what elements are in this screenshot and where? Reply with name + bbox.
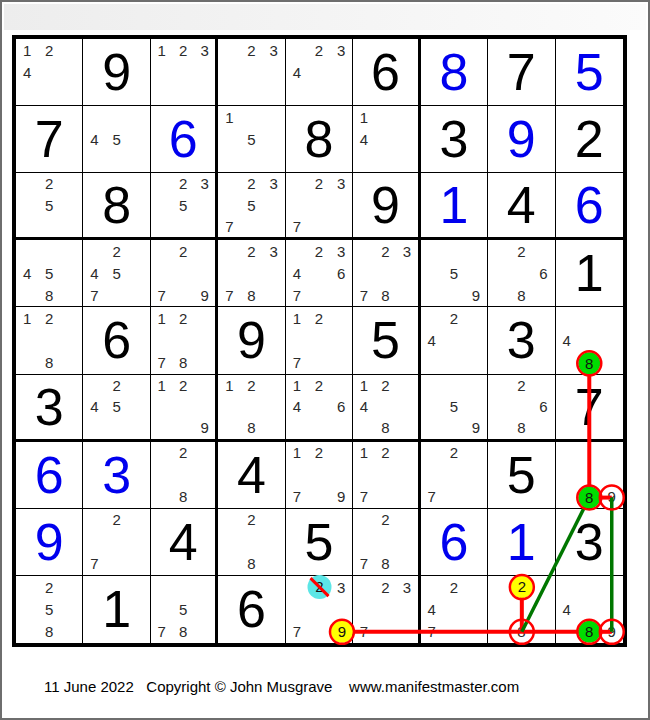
candidate-7: 7 bbox=[286, 486, 308, 508]
cell-r1c1[interactable]: 124 bbox=[16, 39, 83, 106]
cell-r5c2[interactable]: 6 bbox=[83, 307, 150, 374]
candidate-8: 8 bbox=[578, 621, 600, 643]
candidate-2: 2 bbox=[443, 576, 465, 598]
candidate-empty bbox=[286, 598, 308, 620]
candidate-1: 1 bbox=[16, 39, 38, 61]
cell-r7c1[interactable]: 6 bbox=[16, 442, 83, 509]
cell-r6c1[interactable]: 3 bbox=[16, 375, 83, 442]
pencil-marks: 247 bbox=[421, 576, 487, 643]
candidate-empty bbox=[532, 598, 554, 620]
candidate-5: 5 bbox=[38, 262, 60, 284]
candidate-2: 2 bbox=[240, 39, 262, 61]
candidate-empty bbox=[60, 61, 82, 83]
cell-r9c5[interactable]: 2379 bbox=[286, 576, 353, 643]
candidate-8: 8 bbox=[240, 284, 262, 306]
pencil-marks: 245 bbox=[83, 375, 149, 439]
candidate-empty bbox=[83, 240, 105, 262]
cell-r1c5[interactable]: 234 bbox=[286, 39, 353, 106]
candidate-5: 5 bbox=[106, 262, 128, 284]
cell-r3c5[interactable]: 237 bbox=[286, 173, 353, 240]
candidate-empty bbox=[488, 396, 510, 417]
candidate-empty bbox=[578, 442, 600, 464]
candidate-3: 3 bbox=[263, 39, 285, 61]
candidate-empty bbox=[353, 150, 374, 172]
cell-r2c4[interactable]: 15 bbox=[218, 106, 285, 173]
pencil-marks: 59 bbox=[421, 240, 487, 306]
cell-r1c8[interactable]: 7 bbox=[488, 39, 555, 106]
candidate-3: 3 bbox=[194, 39, 215, 61]
candidate-empty bbox=[488, 621, 510, 643]
candidate-7: 7 bbox=[421, 621, 443, 643]
cell-r2c8[interactable]: 9 bbox=[488, 106, 555, 173]
cell-r6c6[interactable]: 1248 bbox=[353, 375, 420, 442]
candidate-empty bbox=[396, 106, 417, 128]
candidate-empty bbox=[218, 61, 240, 83]
cell-r9c7[interactable]: 247 bbox=[421, 576, 488, 643]
cell-r7c6[interactable]: 127 bbox=[353, 442, 420, 509]
cell-r8c7[interactable]: 6 bbox=[421, 509, 488, 576]
cell-r8c9[interactable]: 3 bbox=[556, 509, 623, 576]
cell-r6c3[interactable]: 129 bbox=[151, 375, 218, 442]
pencil-marks: 2378 bbox=[218, 240, 284, 306]
cell-r2c6[interactable]: 14 bbox=[353, 106, 420, 173]
candidate-2: 2 bbox=[106, 375, 128, 396]
candidate-8: 8 bbox=[38, 621, 60, 643]
candidate-empty bbox=[532, 417, 554, 438]
candidate-2: 2 bbox=[172, 240, 193, 262]
candidate-7: 7 bbox=[83, 553, 105, 575]
candidate-3: 3 bbox=[330, 39, 352, 61]
candidate-empty bbox=[353, 598, 374, 620]
cell-r6c2[interactable]: 245 bbox=[83, 375, 150, 442]
cell-value-given: 1 bbox=[556, 240, 623, 306]
cell-r4c1[interactable]: 458 bbox=[16, 240, 83, 307]
cell-r6c9[interactable]: 7 bbox=[556, 375, 623, 442]
cell-r8c6[interactable]: 278 bbox=[353, 509, 420, 576]
cell-r4c7[interactable]: 59 bbox=[421, 240, 488, 307]
candidate-empty bbox=[286, 83, 308, 105]
cell-r1c2[interactable]: 9 bbox=[83, 39, 150, 106]
cell-r9c3[interactable]: 578 bbox=[151, 576, 218, 643]
candidate-2: 2 bbox=[172, 375, 193, 396]
candidate-empty bbox=[510, 396, 532, 417]
candidate-empty bbox=[106, 531, 128, 553]
cell-r4c9[interactable]: 1 bbox=[556, 240, 623, 307]
candidate-1: 1 bbox=[353, 442, 374, 464]
candidate-7: 7 bbox=[151, 284, 172, 306]
candidate-2: 2 bbox=[172, 39, 193, 61]
cell-r8c4[interactable]: 28 bbox=[218, 509, 285, 576]
candidate-7: 7 bbox=[353, 621, 374, 643]
candidate-empty bbox=[465, 486, 487, 508]
candidate-8: 8 bbox=[510, 621, 532, 643]
candidate-empty bbox=[330, 442, 352, 464]
cell-r2c3[interactable]: 6 bbox=[151, 106, 218, 173]
pencil-marks: 2357 bbox=[218, 173, 284, 237]
candidate-4: 4 bbox=[16, 61, 38, 83]
pencil-marks: 1248 bbox=[353, 375, 417, 439]
candidate-empty bbox=[218, 396, 240, 417]
candidate-empty bbox=[151, 195, 172, 216]
cell-r3c9[interactable]: 6 bbox=[556, 173, 623, 240]
candidate-empty bbox=[396, 375, 417, 396]
cell-r1c4[interactable]: 23 bbox=[218, 39, 285, 106]
cell-r7c8[interactable]: 5 bbox=[488, 442, 555, 509]
candidate-empty bbox=[263, 284, 285, 306]
candidate-7: 7 bbox=[151, 352, 172, 374]
candidate-empty bbox=[308, 284, 330, 306]
sudoku-board: 1249123232346875745615814392258235235723… bbox=[12, 35, 627, 647]
pencil-marks: 45 bbox=[83, 106, 149, 172]
candidate-empty bbox=[38, 61, 60, 83]
candidate-empty bbox=[16, 598, 38, 620]
candidate-empty bbox=[16, 621, 38, 643]
candidate-empty bbox=[172, 329, 193, 351]
candidate-4: 4 bbox=[286, 396, 308, 417]
cell-r7c3[interactable]: 28 bbox=[151, 442, 218, 509]
pencil-marks: 2457 bbox=[83, 240, 149, 306]
candidate-2: 2 bbox=[172, 442, 193, 464]
candidate-2: 2 bbox=[240, 509, 262, 531]
cell-r8c2[interactable]: 27 bbox=[83, 509, 150, 576]
candidate-9: 9 bbox=[465, 417, 487, 438]
candidate-8: 8 bbox=[172, 486, 193, 508]
cell-r9c6[interactable]: 237 bbox=[353, 576, 420, 643]
cell-r6c7[interactable]: 59 bbox=[421, 375, 488, 442]
cell-value-solved: 9 bbox=[16, 509, 82, 575]
candidate-empty bbox=[151, 464, 172, 486]
candidate-empty bbox=[601, 576, 623, 598]
candidate-empty bbox=[308, 486, 330, 508]
candidate-7: 7 bbox=[286, 284, 308, 306]
candidate-empty bbox=[194, 598, 215, 620]
cell-value-solved: 6 bbox=[151, 106, 215, 172]
candidate-empty bbox=[396, 262, 417, 284]
candidate-4: 4 bbox=[286, 262, 308, 284]
cell-r7c7[interactable]: 27 bbox=[421, 442, 488, 509]
cell-r9c8[interactable]: 28 bbox=[488, 576, 555, 643]
candidate-7: 7 bbox=[286, 352, 308, 374]
candidate-empty bbox=[194, 83, 215, 105]
candidate-empty bbox=[330, 352, 352, 374]
candidate-empty bbox=[396, 396, 417, 417]
cell-r3c6[interactable]: 9 bbox=[353, 173, 420, 240]
candidate-9: 9 bbox=[330, 486, 352, 508]
candidate-9: 9 bbox=[194, 284, 215, 306]
candidate-7: 7 bbox=[421, 486, 443, 508]
candidate-empty bbox=[151, 262, 172, 284]
pencil-marks: 124 bbox=[16, 39, 82, 105]
pencil-marks: 458 bbox=[16, 240, 82, 306]
candidate-empty bbox=[308, 329, 330, 351]
candidate-empty bbox=[465, 240, 487, 262]
cell-r3c1[interactable]: 25 bbox=[16, 173, 83, 240]
candidate-empty bbox=[83, 531, 105, 553]
candidate-1: 1 bbox=[286, 442, 308, 464]
candidate-1: 1 bbox=[286, 375, 308, 396]
candidate-5: 5 bbox=[443, 396, 465, 417]
candidate-empty bbox=[375, 598, 396, 620]
candidate-empty bbox=[396, 621, 417, 643]
candidate-empty bbox=[16, 216, 38, 237]
candidate-2: 2 bbox=[375, 375, 396, 396]
cell-r9c2[interactable]: 1 bbox=[83, 576, 150, 643]
cell-r5c6[interactable]: 5 bbox=[353, 307, 420, 374]
candidate-empty bbox=[151, 486, 172, 508]
cell-r6c8[interactable]: 268 bbox=[488, 375, 555, 442]
candidate-1: 1 bbox=[151, 39, 172, 61]
pencil-marks: 129 bbox=[151, 375, 215, 439]
candidate-empty bbox=[330, 375, 352, 396]
cell-r2c5[interactable]: 8 bbox=[286, 106, 353, 173]
cell-value-given: 8 bbox=[83, 173, 149, 237]
candidate-empty bbox=[330, 417, 352, 438]
candidate-2: 2 bbox=[106, 240, 128, 262]
cell-r5c5[interactable]: 127 bbox=[286, 307, 353, 374]
candidate-empty bbox=[218, 83, 240, 105]
candidate-2: 2 bbox=[308, 39, 330, 61]
cell-r9c4[interactable]: 6 bbox=[218, 576, 285, 643]
candidate-1: 1 bbox=[353, 375, 374, 396]
candidate-8: 8 bbox=[578, 486, 600, 508]
candidate-empty bbox=[83, 375, 105, 396]
candidate-4: 4 bbox=[286, 61, 308, 83]
candidate-empty bbox=[16, 352, 38, 374]
pencil-marks: 123 bbox=[151, 39, 215, 105]
candidate-3: 3 bbox=[194, 173, 215, 194]
candidate-8: 8 bbox=[510, 284, 532, 306]
candidate-8: 8 bbox=[240, 417, 262, 438]
cell-value-solved: 6 bbox=[556, 173, 623, 237]
cell-r4c4[interactable]: 2378 bbox=[218, 240, 285, 307]
candidate-8: 8 bbox=[38, 284, 60, 306]
candidate-empty bbox=[172, 61, 193, 83]
cell-r7c2[interactable]: 3 bbox=[83, 442, 150, 509]
candidate-empty bbox=[330, 61, 352, 83]
candidate-empty bbox=[578, 329, 600, 351]
pencil-marks: 24 bbox=[421, 307, 487, 373]
candidate-empty bbox=[60, 598, 82, 620]
candidate-empty bbox=[218, 173, 240, 194]
candidate-5: 5 bbox=[106, 396, 128, 417]
candidate-empty bbox=[396, 417, 417, 438]
candidate-2: 2 bbox=[240, 375, 262, 396]
candidate-empty bbox=[218, 531, 240, 553]
candidate-2: 2 bbox=[375, 509, 396, 531]
cell-r3c2[interactable]: 8 bbox=[83, 173, 150, 240]
candidate-4: 4 bbox=[556, 329, 578, 351]
candidate-empty bbox=[263, 531, 285, 553]
candidate-empty bbox=[16, 173, 38, 194]
cell-r2c1[interactable]: 7 bbox=[16, 106, 83, 173]
cell-r7c5[interactable]: 1279 bbox=[286, 442, 353, 509]
candidate-4: 4 bbox=[83, 262, 105, 284]
cell-r1c6[interactable]: 6 bbox=[353, 39, 420, 106]
candidate-2: 2 bbox=[308, 576, 330, 598]
candidate-empty bbox=[194, 396, 215, 417]
candidate-empty bbox=[16, 576, 38, 598]
cell-r4c3[interactable]: 279 bbox=[151, 240, 218, 307]
candidate-empty bbox=[194, 442, 215, 464]
candidate-empty bbox=[151, 442, 172, 464]
cell-r2c7[interactable]: 3 bbox=[421, 106, 488, 173]
candidate-1: 1 bbox=[218, 375, 240, 396]
cell-r5c8[interactable]: 3 bbox=[488, 307, 555, 374]
candidate-9: 9 bbox=[194, 417, 215, 438]
pencil-marks: 279 bbox=[151, 240, 215, 306]
candidate-empty bbox=[151, 240, 172, 262]
cell-r4c8[interactable]: 268 bbox=[488, 240, 555, 307]
cell-r1c3[interactable]: 123 bbox=[151, 39, 218, 106]
candidate-empty bbox=[532, 284, 554, 306]
cell-r6c5[interactable]: 1246 bbox=[286, 375, 353, 442]
candidate-empty bbox=[240, 106, 262, 128]
candidate-empty bbox=[128, 531, 150, 553]
candidate-empty bbox=[396, 284, 417, 306]
cell-r1c7[interactable]: 8 bbox=[421, 39, 488, 106]
cell-r8c5[interactable]: 5 bbox=[286, 509, 353, 576]
candidate-empty bbox=[286, 464, 308, 486]
cell-r8c1[interactable]: 9 bbox=[16, 509, 83, 576]
candidate-empty bbox=[194, 195, 215, 216]
candidate-empty bbox=[218, 195, 240, 216]
cell-r8c3[interactable]: 4 bbox=[151, 509, 218, 576]
candidate-empty bbox=[375, 486, 396, 508]
cell-r4c5[interactable]: 23467 bbox=[286, 240, 353, 307]
cell-value-given: 7 bbox=[556, 375, 623, 439]
cell-value-solved: 1 bbox=[421, 173, 487, 237]
pencil-marks: 237 bbox=[286, 173, 352, 237]
candidate-empty bbox=[263, 417, 285, 438]
candidate-empty bbox=[443, 621, 465, 643]
candidate-6: 6 bbox=[330, 262, 352, 284]
candidate-5: 5 bbox=[38, 195, 60, 216]
pencil-marks: 23467 bbox=[286, 240, 352, 306]
candidate-empty bbox=[83, 106, 105, 128]
cell-r3c7[interactable]: 1 bbox=[421, 173, 488, 240]
candidate-empty bbox=[330, 307, 352, 329]
cell-r7c4[interactable]: 4 bbox=[218, 442, 285, 509]
candidate-empty bbox=[578, 307, 600, 329]
cell-value-given: 6 bbox=[83, 307, 149, 373]
candidate-empty bbox=[218, 150, 240, 172]
candidate-empty bbox=[128, 509, 150, 531]
candidate-empty bbox=[465, 396, 487, 417]
candidate-empty bbox=[151, 216, 172, 237]
candidate-empty bbox=[151, 61, 172, 83]
cell-value-solved: 6 bbox=[16, 442, 82, 508]
pencil-marks: 2379 bbox=[286, 576, 352, 643]
candidate-2: 2 bbox=[38, 307, 60, 329]
cell-r4c6[interactable]: 2378 bbox=[353, 240, 420, 307]
cell-r5c9[interactable]: 48 bbox=[556, 307, 623, 374]
cell-r3c4[interactable]: 2357 bbox=[218, 173, 285, 240]
candidate-empty bbox=[286, 576, 308, 598]
candidate-empty bbox=[128, 375, 150, 396]
candidate-empty bbox=[128, 417, 150, 438]
candidate-empty bbox=[38, 329, 60, 351]
cell-r7c9[interactable]: 89 bbox=[556, 442, 623, 509]
candidate-2: 2 bbox=[308, 375, 330, 396]
pencil-marks: 268 bbox=[488, 375, 554, 439]
candidate-7: 7 bbox=[218, 216, 240, 237]
cell-value-given: 7 bbox=[16, 106, 82, 172]
candidate-4: 4 bbox=[353, 128, 374, 150]
candidate-empty bbox=[421, 262, 443, 284]
cell-r8c8[interactable]: 1 bbox=[488, 509, 555, 576]
candidate-2: 2 bbox=[38, 173, 60, 194]
cell-r5c7[interactable]: 24 bbox=[421, 307, 488, 374]
cell-r4c2[interactable]: 2457 bbox=[83, 240, 150, 307]
cell-value-given: 6 bbox=[353, 39, 417, 105]
cell-r2c2[interactable]: 45 bbox=[83, 106, 150, 173]
candidate-empty bbox=[375, 464, 396, 486]
cell-value-given: 5 bbox=[488, 442, 554, 508]
candidate-empty bbox=[443, 417, 465, 438]
cell-r3c3[interactable]: 235 bbox=[151, 173, 218, 240]
candidate-empty bbox=[353, 262, 374, 284]
candidate-empty bbox=[421, 375, 443, 396]
candidate-2: 2 bbox=[375, 442, 396, 464]
candidate-empty bbox=[308, 83, 330, 105]
candidate-empty bbox=[263, 128, 285, 150]
cell-r9c1[interactable]: 258 bbox=[16, 576, 83, 643]
cell-r5c4[interactable]: 9 bbox=[218, 307, 285, 374]
pencil-marks: 27 bbox=[83, 509, 149, 575]
candidate-empty bbox=[353, 531, 374, 553]
candidate-8: 8 bbox=[510, 417, 532, 438]
candidate-empty bbox=[488, 598, 510, 620]
candidate-empty bbox=[465, 352, 487, 374]
cell-value-given: 5 bbox=[353, 307, 417, 373]
candidate-empty bbox=[330, 464, 352, 486]
candidate-empty bbox=[353, 576, 374, 598]
candidate-empty bbox=[194, 61, 215, 83]
candidate-empty bbox=[263, 83, 285, 105]
candidate-1: 1 bbox=[151, 307, 172, 329]
candidate-7: 7 bbox=[83, 284, 105, 306]
cell-r3c8[interactable]: 4 bbox=[488, 173, 555, 240]
candidate-9: 9 bbox=[601, 621, 623, 643]
candidate-empty bbox=[263, 195, 285, 216]
cell-r9c9[interactable]: 489 bbox=[556, 576, 623, 643]
cell-r1c9[interactable]: 5 bbox=[556, 39, 623, 106]
cell-value-given: 6 bbox=[218, 576, 284, 643]
candidate-2: 2 bbox=[172, 307, 193, 329]
candidate-2: 2 bbox=[443, 442, 465, 464]
candidate-empty bbox=[421, 307, 443, 329]
candidate-2: 2 bbox=[172, 173, 193, 194]
cell-value-given: 3 bbox=[556, 509, 623, 575]
candidate-empty bbox=[465, 329, 487, 351]
candidate-empty bbox=[151, 83, 172, 105]
candidate-empty bbox=[601, 329, 623, 351]
candidate-1: 1 bbox=[353, 106, 374, 128]
candidate-empty bbox=[308, 216, 330, 237]
candidate-4: 4 bbox=[16, 262, 38, 284]
candidate-empty bbox=[194, 307, 215, 329]
candidate-empty bbox=[375, 106, 396, 128]
candidate-empty bbox=[308, 262, 330, 284]
candidate-empty bbox=[172, 576, 193, 598]
candidate-2: 2 bbox=[443, 307, 465, 329]
cell-r5c3[interactable]: 1278 bbox=[151, 307, 218, 374]
cell-r2c9[interactable]: 2 bbox=[556, 106, 623, 173]
pencil-marks: 128 bbox=[218, 375, 284, 439]
cell-r6c4[interactable]: 128 bbox=[218, 375, 285, 442]
candidate-empty bbox=[421, 396, 443, 417]
cell-r5c1[interactable]: 128 bbox=[16, 307, 83, 374]
